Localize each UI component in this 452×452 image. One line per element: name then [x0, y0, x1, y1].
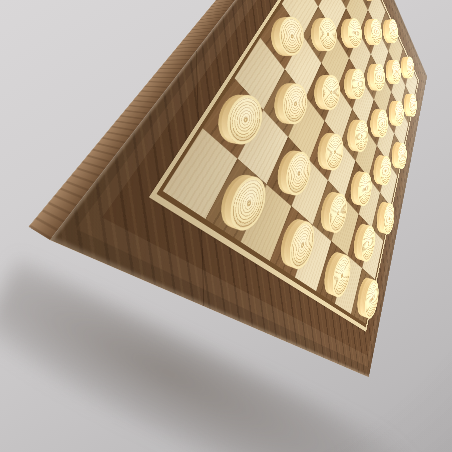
checker-piece-f1[interactable]	[319, 247, 345, 298]
perspective-scene	[0, 0, 452, 452]
photo-background	[0, 0, 452, 452]
checkers-board[interactable]	[50, 0, 427, 377]
